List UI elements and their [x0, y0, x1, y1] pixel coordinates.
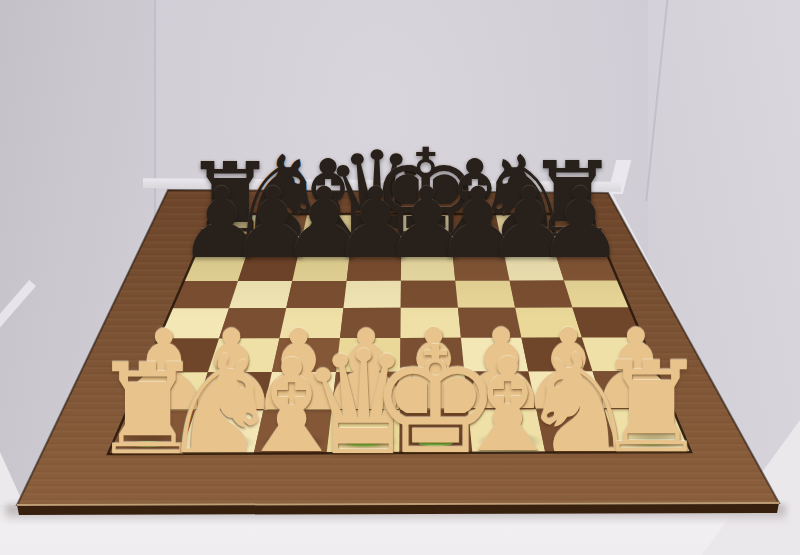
- pieces-layer: ♜♞♝♛♚♝♞♜♟♟♟♟♟♟♟♟♟♟♟♟♟♟♟♟♜♞♝♛♚♝♞♜: [0, 0, 800, 555]
- piece-white-rook-h1[interactable]: ♜: [595, 345, 708, 471]
- piece-black-pawn-h7[interactable]: ♟: [537, 175, 624, 273]
- photo-stage: ♜♞♝♛♚♝♞♜♟♟♟♟♟♟♟♟♟♟♟♟♟♟♟♟♜♞♝♛♚♝♞♜: [0, 0, 800, 555]
